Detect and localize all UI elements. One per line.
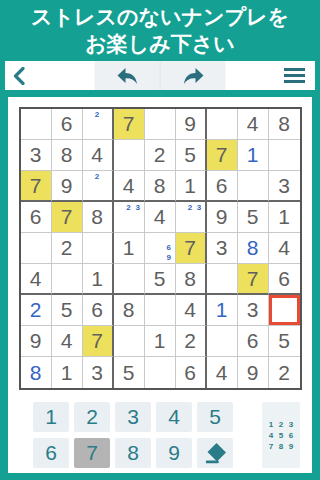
cell-r6c4[interactable] [114,264,145,295]
given-digit: 3 [247,298,259,322]
given-digit: 9 [30,329,42,353]
cell-r7c3[interactable]: 6 [83,295,114,326]
cell-r7c5[interactable] [145,295,176,326]
keypad: 123456789 123456789 [33,402,312,468]
pencil-marks: 2 [84,172,111,199]
cell-r5c2[interactable]: 2 [52,233,83,264]
cell-r9c9[interactable]: 2 [269,357,300,388]
cell-r5c4[interactable]: 1 [114,233,145,264]
given-digit: 9 [61,174,73,198]
cell-r9c8[interactable]: 9 [238,357,269,388]
given-digit: 8 [123,298,135,322]
key-7[interactable]: 7 [74,438,110,468]
cell-r6c3[interactable]: 1 [83,264,114,295]
cell-r5c7[interactable]: 3 [207,233,238,264]
pencil-marks: 23 [115,203,143,231]
eraser-button[interactable] [197,438,233,468]
pencil-marks: 23 [177,203,204,231]
cell-r9c7[interactable]: 4 [207,357,238,388]
pencil-marks: 2 [84,110,111,138]
cell-r8c8[interactable]: 6 [238,326,269,357]
given-digit: 4 [154,205,166,229]
given-digit: 5 [184,143,196,167]
cell-r7c9[interactable] [269,295,300,326]
given-digit: 5 [123,361,135,385]
given-digit: 5 [247,205,259,229]
given-digit: 9 [216,205,228,229]
cell-r7c2[interactable]: 5 [52,295,83,326]
given-digit: 6 [61,112,73,136]
cell-r4c5[interactable]: 4 [145,202,176,233]
cell-r3c8[interactable] [238,171,269,202]
given-digit: 8 [91,205,103,229]
cell-r4c6[interactable]: 23 [176,202,207,233]
cell-r4c3[interactable]: 8 [83,202,114,233]
given-digit: 4 [61,329,73,353]
cell-r1c9[interactable]: 8 [269,109,300,140]
cell-r6c2[interactable] [52,264,83,295]
cell-r1c2[interactable]: 6 [52,109,83,140]
given-digit: 1 [154,329,166,353]
cell-r4c4[interactable]: 23 [114,202,145,233]
user-digit: 8 [247,236,259,260]
cell-r4c8[interactable]: 5 [238,202,269,233]
given-digit: 1 [184,174,196,198]
cell-r5c1[interactable] [21,233,52,264]
cell-r5c3[interactable] [83,233,114,264]
given-digit: 2 [61,236,73,260]
cell-r1c4[interactable]: 7 [114,109,145,140]
pencil-pad-button[interactable]: 123456789 [262,402,300,468]
given-digit: 2 [278,361,290,385]
cell-r2c8[interactable]: 1 [238,140,269,171]
cell-r1c1[interactable] [21,109,52,140]
given-digit: 9 [184,112,196,136]
cell-r8c3[interactable]: 7 [83,326,114,357]
given-digit: 7 [91,329,103,353]
given-digit: 5 [154,267,166,291]
cell-r7c7[interactable]: 1 [207,295,238,326]
key-8[interactable]: 8 [115,438,151,468]
given-digit: 6 [30,205,42,229]
sudoku-grid: 6279483842571792481636782342395121697384… [19,107,302,390]
user-digit: 8 [30,361,42,385]
cell-r3c3[interactable]: 2 [83,171,114,202]
key-1[interactable]: 1 [33,402,69,432]
cell-r4c1[interactable]: 6 [21,202,52,233]
cell-r5c6[interactable]: 7 [176,233,207,264]
cell-r5c8[interactable]: 8 [238,233,269,264]
back-button[interactable] [5,61,33,90]
given-digit: 7 [123,112,135,136]
given-digit: 3 [216,236,228,260]
given-digit: 7 [184,236,196,260]
given-digit: 1 [123,236,135,260]
cell-r3c7[interactable]: 6 [207,171,238,202]
redo-button[interactable] [160,61,226,90]
given-digit: 3 [30,143,42,167]
user-digit: 1 [247,143,259,167]
history-buttons [95,61,226,90]
given-digit: 6 [91,298,103,322]
cell-r6c7[interactable] [207,264,238,295]
cell-r6c6[interactable]: 8 [176,264,207,295]
key-5[interactable]: 5 [197,402,233,432]
given-digit: 2 [184,329,196,353]
menu-button[interactable] [284,68,315,83]
key-6[interactable]: 6 [33,438,69,468]
given-digit: 8 [154,174,166,198]
cell-r8c7[interactable] [207,326,238,357]
cell-r2c3[interactable]: 4 [83,140,114,171]
eraser-icon [203,442,227,464]
hamburger-icon [284,74,305,77]
given-digit: 1 [61,361,73,385]
cell-r5c9[interactable]: 4 [269,233,300,264]
cell-r9c1[interactable]: 8 [21,357,52,388]
cell-r3c1[interactable]: 7 [21,171,52,202]
given-digit: 4 [278,236,290,260]
main-panel: 6279483842571792481636782342395121697384… [8,97,312,473]
given-digit: 8 [61,143,73,167]
given-digit: 1 [278,205,290,229]
cell-r7c6[interactable]: 4 [176,295,207,326]
pencil-marks: 69 [146,234,174,262]
header-title-line1: ストレスのないナンプレを [0,3,320,30]
undo-icon [115,66,139,86]
cell-r9c2[interactable]: 1 [52,357,83,388]
given-digit: 6 [247,329,259,353]
given-digit: 4 [216,361,228,385]
given-digit: 7 [30,174,42,198]
cell-r9c3[interactable]: 3 [83,357,114,388]
given-digit: 7 [61,205,73,229]
cell-r6c9[interactable]: 6 [269,264,300,295]
given-digit: 4 [123,174,135,198]
cell-r2c9[interactable] [269,140,300,171]
cell-r7c8[interactable]: 3 [238,295,269,326]
cell-r3c5[interactable]: 8 [145,171,176,202]
cell-r6c5[interactable]: 5 [145,264,176,295]
given-digit: 2 [154,143,166,167]
teal-divider [0,90,320,97]
cell-r1c5[interactable] [145,109,176,140]
app-header: ストレスのないナンプレを お楽しみ下さい [0,0,320,61]
given-digit: 3 [278,174,290,198]
given-digit: 8 [184,267,196,291]
cell-r1c8[interactable]: 4 [238,109,269,140]
given-digit: 3 [91,361,103,385]
given-digit: 7 [247,267,259,291]
cell-r4c2[interactable]: 7 [52,202,83,233]
key-2[interactable]: 2 [74,402,110,432]
cell-r8c9[interactable]: 5 [269,326,300,357]
cell-r3c2[interactable]: 9 [52,171,83,202]
cell-r8c6[interactable]: 2 [176,326,207,357]
cell-r5c5[interactable]: 69 [145,233,176,264]
given-digit: 9 [247,361,259,385]
hamburger-icon [284,80,305,83]
cell-r8c4[interactable] [114,326,145,357]
toolbar [5,61,315,90]
cell-r3c4[interactable]: 4 [114,171,145,202]
key-4[interactable]: 4 [156,402,192,432]
given-digit: 4 [184,298,196,322]
chevron-left-icon [13,67,25,85]
cell-r2c2[interactable]: 8 [52,140,83,171]
cell-r6c1[interactable]: 4 [21,264,52,295]
cell-r9c4[interactable]: 5 [114,357,145,388]
given-digit: 1 [91,267,103,291]
cell-r1c6[interactable]: 9 [176,109,207,140]
given-digit: 5 [278,329,290,353]
cell-r2c5[interactable]: 2 [145,140,176,171]
digit-keys: 123456789 [33,402,233,468]
cell-r2c6[interactable]: 5 [176,140,207,171]
cell-r1c7[interactable] [207,109,238,140]
cell-r1c3[interactable]: 2 [83,109,114,140]
cell-r3c6[interactable]: 1 [176,171,207,202]
undo-button[interactable] [95,61,160,90]
given-digit: 8 [278,112,290,136]
given-digit: 4 [247,112,259,136]
cell-r2c1[interactable]: 3 [21,140,52,171]
cell-r8c5[interactable]: 1 [145,326,176,357]
given-digit: 5 [61,298,73,322]
cell-r4c7[interactable]: 9 [207,202,238,233]
user-digit: 2 [30,298,42,322]
cell-r6c8[interactable]: 7 [238,264,269,295]
key-9[interactable]: 9 [156,438,192,468]
header-title-line2: お楽しみ下さい [0,30,320,57]
given-digit: 4 [30,267,42,291]
given-digit: 6 [216,174,228,198]
pencil-pad-digits: 123456789 [266,419,296,452]
redo-icon [181,66,205,86]
cell-r2c7[interactable]: 7 [207,140,238,171]
cell-r4c9[interactable]: 1 [269,202,300,233]
cell-r8c1[interactable]: 9 [21,326,52,357]
cell-r7c4[interactable]: 8 [114,295,145,326]
cell-r3c9[interactable]: 3 [269,171,300,202]
user-digit: 1 [216,298,228,322]
given-digit: 4 [91,143,103,167]
cell-r8c2[interactable]: 4 [52,326,83,357]
key-3[interactable]: 3 [115,402,151,432]
cell-r9c5[interactable] [145,357,176,388]
cell-r9c6[interactable]: 6 [176,357,207,388]
given-digit: 7 [216,143,228,167]
given-digit: 6 [278,267,290,291]
cell-r2c4[interactable] [114,140,145,171]
given-digit: 6 [184,361,196,385]
hamburger-icon [284,68,305,71]
cell-r7c1[interactable]: 2 [21,295,52,326]
